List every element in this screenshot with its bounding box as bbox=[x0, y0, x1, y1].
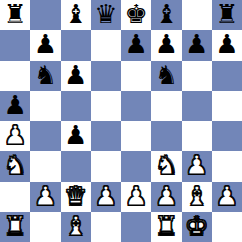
square-f8[interactable]: ♝ bbox=[151, 0, 181, 30]
square-b3[interactable] bbox=[30, 151, 60, 181]
square-c5[interactable] bbox=[61, 91, 91, 121]
black-rook-piece: ♜ bbox=[215, 1, 238, 27]
white-pawn-piece: ♟ bbox=[185, 152, 208, 178]
square-d5[interactable] bbox=[91, 91, 121, 121]
white-knight-piece: ♞ bbox=[155, 152, 178, 178]
square-f1[interactable]: ♜ bbox=[151, 212, 181, 242]
black-king-piece: ♚ bbox=[124, 1, 147, 27]
square-e2[interactable]: ♟ bbox=[121, 182, 151, 212]
square-d8[interactable]: ♛ bbox=[91, 0, 121, 30]
white-pawn-piece: ♟ bbox=[3, 122, 26, 148]
white-pawn-piece: ♟ bbox=[34, 183, 57, 209]
white-pawn-piece: ♟ bbox=[215, 183, 238, 209]
white-pawn-piece: ♟ bbox=[94, 183, 117, 209]
white-knight-piece: ♞ bbox=[3, 152, 26, 178]
square-h5[interactable] bbox=[212, 91, 242, 121]
black-bishop-piece: ♝ bbox=[155, 1, 178, 27]
white-pawn-piece: ♟ bbox=[155, 183, 178, 209]
chess-board: ♜♝♛♚♝♜♟♟♟♟♟♞♟♞♟♟♟♞♞♟♟♛♟♟♟♝♟♜♝♜♚ bbox=[0, 0, 242, 242]
square-a2[interactable] bbox=[0, 182, 30, 212]
square-a3[interactable]: ♞ bbox=[0, 151, 30, 181]
black-bishop-piece: ♝ bbox=[64, 1, 87, 27]
square-e5[interactable] bbox=[121, 91, 151, 121]
square-c4[interactable]: ♟ bbox=[61, 121, 91, 151]
square-g3[interactable]: ♟ bbox=[182, 151, 212, 181]
square-h8[interactable]: ♜ bbox=[212, 0, 242, 30]
square-h2[interactable]: ♟ bbox=[212, 182, 242, 212]
black-pawn-piece: ♟ bbox=[34, 31, 57, 57]
square-b4[interactable] bbox=[30, 121, 60, 151]
black-pawn-piece: ♟ bbox=[185, 31, 208, 57]
square-h4[interactable] bbox=[212, 121, 242, 151]
square-h6[interactable] bbox=[212, 61, 242, 91]
white-pawn-piece: ♟ bbox=[124, 183, 147, 209]
black-pawn-piece: ♟ bbox=[3, 92, 26, 118]
square-a7[interactable] bbox=[0, 30, 30, 60]
square-h3[interactable] bbox=[212, 151, 242, 181]
square-b5[interactable] bbox=[30, 91, 60, 121]
square-c3[interactable] bbox=[61, 151, 91, 181]
square-d7[interactable] bbox=[91, 30, 121, 60]
square-e6[interactable] bbox=[121, 61, 151, 91]
square-c7[interactable] bbox=[61, 30, 91, 60]
black-pawn-piece: ♟ bbox=[64, 62, 87, 88]
square-e8[interactable]: ♚ bbox=[121, 0, 151, 30]
square-e1[interactable] bbox=[121, 212, 151, 242]
square-a8[interactable]: ♜ bbox=[0, 0, 30, 30]
square-d1[interactable] bbox=[91, 212, 121, 242]
black-pawn-piece: ♟ bbox=[215, 31, 238, 57]
white-bishop-piece: ♝ bbox=[185, 183, 208, 209]
square-e3[interactable] bbox=[121, 151, 151, 181]
square-c6[interactable]: ♟ bbox=[61, 61, 91, 91]
white-king-piece: ♚ bbox=[185, 213, 208, 239]
square-h7[interactable]: ♟ bbox=[212, 30, 242, 60]
square-g8[interactable] bbox=[182, 0, 212, 30]
square-f3[interactable]: ♞ bbox=[151, 151, 181, 181]
square-g4[interactable] bbox=[182, 121, 212, 151]
square-d2[interactable]: ♟ bbox=[91, 182, 121, 212]
black-pawn-piece: ♟ bbox=[155, 31, 178, 57]
square-c1[interactable]: ♝ bbox=[61, 212, 91, 242]
square-a6[interactable] bbox=[0, 61, 30, 91]
square-f7[interactable]: ♟ bbox=[151, 30, 181, 60]
square-g5[interactable] bbox=[182, 91, 212, 121]
white-queen-piece: ♛ bbox=[64, 183, 87, 209]
square-e4[interactable] bbox=[121, 121, 151, 151]
square-d6[interactable] bbox=[91, 61, 121, 91]
white-rook-piece: ♜ bbox=[155, 213, 178, 239]
square-f2[interactable]: ♟ bbox=[151, 182, 181, 212]
square-e7[interactable]: ♟ bbox=[121, 30, 151, 60]
square-h1[interactable] bbox=[212, 212, 242, 242]
black-rook-piece: ♜ bbox=[3, 1, 26, 27]
square-d3[interactable] bbox=[91, 151, 121, 181]
black-knight-piece: ♞ bbox=[34, 62, 57, 88]
square-b8[interactable] bbox=[30, 0, 60, 30]
square-a1[interactable]: ♜ bbox=[0, 212, 30, 242]
square-b7[interactable]: ♟ bbox=[30, 30, 60, 60]
square-a4[interactable]: ♟ bbox=[0, 121, 30, 151]
square-g1[interactable]: ♚ bbox=[182, 212, 212, 242]
square-f6[interactable]: ♞ bbox=[151, 61, 181, 91]
square-b1[interactable] bbox=[30, 212, 60, 242]
black-pawn-piece: ♟ bbox=[124, 31, 147, 57]
black-queen-piece: ♛ bbox=[94, 1, 117, 27]
square-g7[interactable]: ♟ bbox=[182, 30, 212, 60]
white-rook-piece: ♜ bbox=[3, 213, 26, 239]
square-f4[interactable] bbox=[151, 121, 181, 151]
square-g2[interactable]: ♝ bbox=[182, 182, 212, 212]
square-a5[interactable]: ♟ bbox=[0, 91, 30, 121]
black-knight-piece: ♞ bbox=[155, 62, 178, 88]
black-pawn-piece: ♟ bbox=[64, 122, 87, 148]
square-b6[interactable]: ♞ bbox=[30, 61, 60, 91]
square-f5[interactable] bbox=[151, 91, 181, 121]
square-c2[interactable]: ♛ bbox=[61, 182, 91, 212]
square-d4[interactable] bbox=[91, 121, 121, 151]
square-g6[interactable] bbox=[182, 61, 212, 91]
square-c8[interactable]: ♝ bbox=[61, 0, 91, 30]
white-bishop-piece: ♝ bbox=[64, 213, 87, 239]
square-b2[interactable]: ♟ bbox=[30, 182, 60, 212]
